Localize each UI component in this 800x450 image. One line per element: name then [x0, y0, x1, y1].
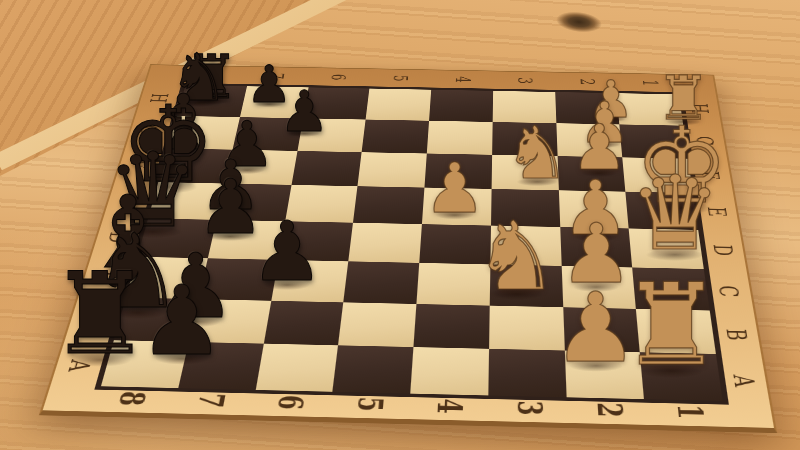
square-e7: [216, 184, 291, 222]
coord-label-2: 2: [556, 73, 620, 91]
square-e3: [491, 189, 560, 227]
square-f5: [358, 152, 427, 188]
coord-label-5: 5: [369, 69, 433, 87]
square-a7: [178, 342, 263, 390]
square-e8: [148, 182, 224, 220]
square-b7: [188, 299, 270, 344]
coord-label-1: 1: [618, 74, 683, 92]
square-a1: [640, 352, 723, 401]
square-g5: [362, 119, 429, 153]
square-g3: [492, 122, 557, 156]
coord-label-7: 7: [244, 67, 309, 85]
square-f2: [557, 156, 625, 192]
square-f4: [424, 153, 491, 189]
square-a8: [101, 340, 189, 388]
square-a2: [564, 351, 644, 399]
board-perspective-wrap: 87654321 87654321 HGFEDCBA HGFEDCBA: [100, 0, 740, 450]
square-c1: [632, 267, 709, 310]
square-d5: [349, 223, 422, 263]
square-c6: [271, 260, 349, 302]
square-c4: [416, 263, 490, 306]
square-h3: [492, 91, 555, 123]
square-f3: [491, 155, 558, 191]
square-d6: [278, 221, 353, 261]
square-f6: [291, 151, 362, 187]
coord-label-3: 3: [494, 71, 557, 89]
coord-label-6: 6: [306, 68, 371, 86]
chess-board: 87654321 87654321 HGFEDCBA HGFEDCBA: [39, 64, 777, 433]
square-b4: [413, 304, 489, 349]
square-h5: [366, 89, 431, 121]
chess-photo-scene: 87654321 87654321 HGFEDCBA HGFEDCBA ♜♟♜♟…: [0, 0, 800, 450]
square-b1: [636, 309, 716, 355]
square-g7: [232, 117, 302, 151]
square-a4: [410, 347, 489, 395]
square-f7: [225, 149, 297, 185]
square-d7: [208, 220, 285, 260]
square-h2: [555, 92, 620, 124]
square-d1: [629, 228, 704, 268]
square-c8: [126, 257, 208, 299]
square-e4: [422, 188, 491, 226]
square-d4: [419, 224, 491, 264]
coord-label-4: 4: [431, 70, 494, 88]
square-e6: [285, 185, 358, 223]
square-b8: [114, 297, 198, 342]
square-b5: [338, 302, 416, 347]
square-b3: [489, 305, 565, 350]
square-g1: [620, 124, 688, 158]
square-e2: [558, 190, 628, 228]
board-grid: [94, 83, 729, 405]
square-g8: [168, 116, 240, 150]
square-c5: [344, 261, 420, 303]
square-g2: [556, 123, 623, 157]
square-g4: [427, 121, 493, 155]
square-h1: [617, 93, 684, 125]
square-h8: [177, 85, 247, 117]
square-a3: [488, 349, 566, 397]
square-h7: [240, 86, 308, 118]
square-e5: [353, 186, 424, 224]
square-h6: [303, 87, 370, 119]
square-b6: [263, 300, 343, 345]
square-c3: [489, 264, 562, 307]
coord-label-8: 8: [182, 66, 248, 84]
square-f8: [158, 148, 232, 184]
square-h4: [429, 90, 493, 122]
square-d2: [560, 227, 633, 267]
square-a5: [333, 345, 414, 393]
square-c2: [561, 266, 636, 309]
square-f1: [622, 157, 692, 193]
square-d8: [137, 218, 216, 258]
square-c7: [198, 258, 278, 300]
square-b2: [563, 307, 640, 352]
square-g6: [297, 118, 366, 152]
square-d3: [490, 226, 561, 266]
square-a6: [255, 344, 338, 392]
square-e1: [626, 192, 699, 230]
